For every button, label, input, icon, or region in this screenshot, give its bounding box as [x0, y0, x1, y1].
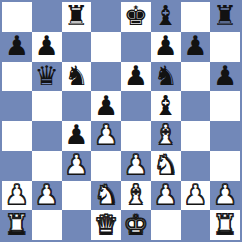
white-pawn: ♟︎ [5, 181, 29, 208]
square-d8[interactable] [91, 2, 121, 32]
square-e2[interactable]: ♝︎ [121, 181, 151, 211]
black-king: ♚︎ [124, 2, 148, 29]
black-knight: ♞︎ [64, 62, 88, 89]
square-f7[interactable]: ♟︎ [151, 32, 181, 62]
square-d7[interactable] [91, 32, 121, 62]
white-rook: ♜︎ [213, 211, 237, 238]
white-pawn: ♟︎ [94, 121, 118, 148]
white-pawn: ♟︎ [35, 181, 59, 208]
square-h1[interactable]: ♜︎ [210, 210, 240, 240]
square-b6[interactable]: ♛︎ [32, 62, 62, 92]
square-c7[interactable] [62, 32, 92, 62]
square-a4[interactable] [2, 121, 32, 151]
square-g5[interactable] [181, 91, 211, 121]
square-h2[interactable]: ♟︎ [210, 181, 240, 211]
square-h5[interactable] [210, 91, 240, 121]
square-g2[interactable]: ♟︎ [181, 181, 211, 211]
white-bishop: ♝︎ [154, 121, 178, 148]
square-b8[interactable] [32, 2, 62, 32]
square-e1[interactable]: ♚︎ [121, 210, 151, 240]
square-b1[interactable] [32, 210, 62, 240]
white-bishop: ♝︎ [124, 181, 148, 208]
black-pawn: ♟︎ [5, 32, 29, 59]
square-e6[interactable]: ♟︎ [121, 62, 151, 92]
square-d1[interactable]: ♛︎ [91, 210, 121, 240]
white-pawn: ♟︎ [213, 181, 237, 208]
square-c3[interactable]: ♟︎ [62, 151, 92, 181]
white-pawn: ♟︎ [64, 151, 88, 178]
square-g4[interactable] [181, 121, 211, 151]
square-d3[interactable] [91, 151, 121, 181]
chess-board: ♜︎♚︎♝︎♜︎♟︎♟︎♟︎♟︎♛︎♞︎♟︎♞︎♟︎♟︎♝︎♟︎♟︎♝︎♟︎♟︎… [0, 0, 242, 242]
square-h8[interactable]: ♜︎ [210, 2, 240, 32]
white-rook: ♜︎ [5, 211, 29, 238]
square-c2[interactable] [62, 181, 92, 211]
square-e8[interactable]: ♚︎ [121, 2, 151, 32]
black-pawn: ♟︎ [94, 92, 118, 119]
white-knight: ♞︎ [94, 181, 118, 208]
white-pawn: ♟︎ [154, 181, 178, 208]
square-g7[interactable]: ♟︎ [181, 32, 211, 62]
square-a3[interactable] [2, 151, 32, 181]
square-f1[interactable] [151, 210, 181, 240]
square-c4[interactable]: ♟︎ [62, 121, 92, 151]
white-pawn: ♟︎ [183, 181, 207, 208]
square-a6[interactable] [2, 62, 32, 92]
white-king: ♚︎ [124, 211, 148, 238]
black-knight: ♞︎ [154, 62, 178, 89]
square-h7[interactable] [210, 32, 240, 62]
square-a8[interactable] [2, 2, 32, 32]
black-rook: ♜︎ [64, 2, 88, 29]
square-a1[interactable]: ♜︎ [2, 210, 32, 240]
white-pawn: ♟︎ [124, 151, 148, 178]
square-h6[interactable]: ♟︎ [210, 62, 240, 92]
square-f2[interactable]: ♟︎ [151, 181, 181, 211]
square-b5[interactable] [32, 91, 62, 121]
square-a2[interactable]: ♟︎ [2, 181, 32, 211]
square-b3[interactable] [32, 151, 62, 181]
square-e5[interactable] [121, 91, 151, 121]
square-d2[interactable]: ♞︎ [91, 181, 121, 211]
black-bishop: ♝︎ [154, 2, 178, 29]
black-pawn: ♟︎ [183, 32, 207, 59]
square-b7[interactable]: ♟︎ [32, 32, 62, 62]
square-c1[interactable] [62, 210, 92, 240]
square-f4[interactable]: ♝︎ [151, 121, 181, 151]
square-a5[interactable] [2, 91, 32, 121]
square-f3[interactable]: ♞︎ [151, 151, 181, 181]
square-d4[interactable]: ♟︎ [91, 121, 121, 151]
square-f6[interactable]: ♞︎ [151, 62, 181, 92]
black-bishop: ♝︎ [154, 92, 178, 119]
white-knight: ♞︎ [154, 151, 178, 178]
square-f8[interactable]: ♝︎ [151, 2, 181, 32]
square-c8[interactable]: ♜︎ [62, 2, 92, 32]
square-d5[interactable]: ♟︎ [91, 91, 121, 121]
square-e7[interactable] [121, 32, 151, 62]
square-h4[interactable] [210, 121, 240, 151]
square-g8[interactable] [181, 2, 211, 32]
black-pawn: ♟︎ [154, 32, 178, 59]
square-d6[interactable] [91, 62, 121, 92]
black-pawn: ♟︎ [35, 32, 59, 59]
square-g6[interactable] [181, 62, 211, 92]
black-pawn: ♟︎ [124, 62, 148, 89]
square-e3[interactable]: ♟︎ [121, 151, 151, 181]
black-pawn: ♟︎ [64, 121, 88, 148]
square-g3[interactable] [181, 151, 211, 181]
white-queen: ♛︎ [94, 211, 118, 238]
square-g1[interactable] [181, 210, 211, 240]
square-h3[interactable] [210, 151, 240, 181]
square-b2[interactable]: ♟︎ [32, 181, 62, 211]
square-c6[interactable]: ♞︎ [62, 62, 92, 92]
black-queen: ♛︎ [35, 62, 59, 89]
square-a7[interactable]: ♟︎ [2, 32, 32, 62]
square-b4[interactable] [32, 121, 62, 151]
square-c5[interactable] [62, 91, 92, 121]
square-e4[interactable] [121, 121, 151, 151]
black-rook: ♜︎ [213, 2, 237, 29]
square-f5[interactable]: ♝︎ [151, 91, 181, 121]
black-pawn: ♟︎ [213, 62, 237, 89]
